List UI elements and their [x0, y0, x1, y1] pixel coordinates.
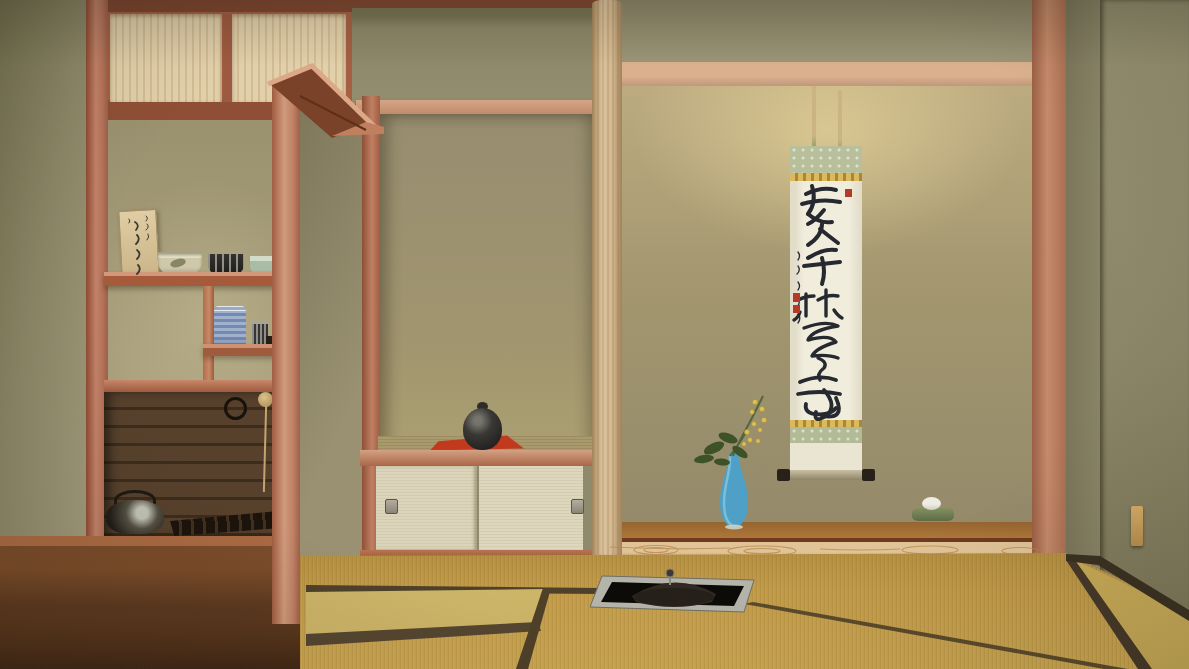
shelf-support [203, 286, 214, 392]
tatami-floor [300, 548, 1189, 669]
tea-room-photo [0, 0, 1189, 669]
mizuya-floor [0, 536, 312, 669]
corner-wall-strip [1066, 0, 1102, 566]
scroll-roller [777, 470, 875, 480]
upper-cabinet-stile [223, 14, 232, 102]
upper-cabinet-panel-left [110, 14, 222, 102]
center-alcove-wall [378, 114, 598, 454]
floor-kettle [106, 500, 164, 534]
box-lid-plaque [118, 209, 160, 279]
partition-wall [300, 110, 366, 558]
water-jar-blue-white [214, 306, 246, 346]
scroll-gold-band-top [790, 173, 862, 181]
counter-front-edge [360, 450, 616, 466]
scroll-tail [790, 443, 862, 471]
scroll-gold-band-bottom [790, 420, 862, 427]
tokonoma-upper-wall [618, 0, 1038, 70]
scroll-top-brocade [790, 146, 862, 174]
mizuya-mid-rail [104, 380, 276, 392]
tokobashira-post [592, 0, 622, 574]
iron-ring [224, 397, 247, 420]
scroll-roller-end-left [777, 469, 790, 481]
scroll-hanger-stick-right [838, 90, 842, 152]
tokonoma-right-post [1032, 0, 1066, 564]
scroll-hanger-stick-left [812, 86, 816, 148]
cabinet-pull-right [571, 499, 584, 514]
cabinet-door-right [479, 466, 583, 550]
scroll-roller-end-right [862, 469, 875, 481]
upper-shelf-board [104, 272, 286, 286]
left-wall [0, 0, 94, 562]
center-upper-wall [352, 8, 614, 104]
cabinet-pull-left [385, 499, 398, 514]
incense-box [922, 497, 941, 510]
black-tea-caddy [463, 408, 502, 450]
scroll-paper [790, 181, 862, 421]
scroll-bottom-brocade [790, 427, 862, 443]
incense-cloth [912, 508, 954, 521]
ladle-head [258, 392, 273, 407]
partition-post [272, 82, 302, 624]
right-wall [1100, 0, 1189, 646]
outlet-plate [1131, 506, 1143, 546]
tokonoma-lintel-beam [610, 62, 1040, 88]
